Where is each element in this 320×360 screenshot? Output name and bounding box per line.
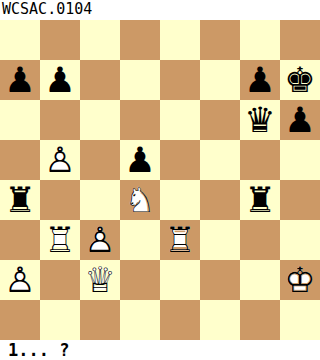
square-b1[interactable] (40, 300, 80, 340)
square-g2[interactable] (240, 260, 280, 300)
square-c4[interactable] (80, 180, 120, 220)
piece-white-queen: ♕ (80, 260, 120, 300)
piece-black-king: ♚ (280, 60, 320, 100)
piece-white-pawn: ♙ (80, 220, 120, 260)
piece-white-king: ♔ (280, 260, 320, 300)
piece-black-rook: ♜ (240, 180, 280, 220)
square-g7[interactable]: ♟ (240, 60, 280, 100)
square-a4[interactable]: ♜ (0, 180, 40, 220)
square-g4[interactable]: ♜ (240, 180, 280, 220)
square-b4[interactable] (40, 180, 80, 220)
square-a5[interactable] (0, 140, 40, 180)
square-d5[interactable]: ♟ (120, 140, 160, 180)
piece-white-pawn: ♙ (0, 260, 40, 300)
square-a8[interactable] (0, 20, 40, 60)
piece-black-pawn: ♟ (40, 60, 80, 100)
square-d8[interactable] (120, 20, 160, 60)
piece-black-rook: ♜ (0, 180, 40, 220)
square-f4[interactable] (200, 180, 240, 220)
square-b5[interactable]: ♟♙ (40, 140, 80, 180)
move-prompt: 1... ? (0, 340, 320, 360)
square-h1[interactable] (280, 300, 320, 340)
piece-black-pawn: ♟ (240, 60, 280, 100)
square-d3[interactable] (120, 220, 160, 260)
piece-black-pawn: ♟ (120, 140, 160, 180)
square-a6[interactable] (0, 100, 40, 140)
square-e2[interactable] (160, 260, 200, 300)
piece-black-pawn: ♟ (280, 100, 320, 140)
square-e6[interactable] (160, 100, 200, 140)
square-f7[interactable] (200, 60, 240, 100)
square-d2[interactable] (120, 260, 160, 300)
square-f1[interactable] (200, 300, 240, 340)
piece-white-rook: ♖ (40, 220, 80, 260)
square-a1[interactable] (0, 300, 40, 340)
square-g8[interactable] (240, 20, 280, 60)
square-d6[interactable] (120, 100, 160, 140)
square-h5[interactable] (280, 140, 320, 180)
diagram-title: WCSAC.0104 (0, 0, 320, 20)
square-f8[interactable] (200, 20, 240, 60)
square-e7[interactable] (160, 60, 200, 100)
square-c3[interactable]: ♟♙ (80, 220, 120, 260)
square-d1[interactable] (120, 300, 160, 340)
square-c2[interactable]: ♛♕ (80, 260, 120, 300)
square-f5[interactable] (200, 140, 240, 180)
square-a2[interactable]: ♟♙ (0, 260, 40, 300)
square-g6[interactable]: ♛ (240, 100, 280, 140)
square-c8[interactable] (80, 20, 120, 60)
piece-white-knight: ♘ (120, 180, 160, 220)
square-h2[interactable]: ♚♔ (280, 260, 320, 300)
square-b2[interactable] (40, 260, 80, 300)
square-e3[interactable]: ♜♖ (160, 220, 200, 260)
square-g1[interactable] (240, 300, 280, 340)
square-b3[interactable]: ♜♖ (40, 220, 80, 260)
square-a3[interactable] (0, 220, 40, 260)
square-d7[interactable] (120, 60, 160, 100)
square-b6[interactable] (40, 100, 80, 140)
square-c6[interactable] (80, 100, 120, 140)
square-h3[interactable] (280, 220, 320, 260)
square-g5[interactable] (240, 140, 280, 180)
square-e1[interactable] (160, 300, 200, 340)
square-g3[interactable] (240, 220, 280, 260)
square-d4[interactable]: ♞♘ (120, 180, 160, 220)
square-e8[interactable] (160, 20, 200, 60)
square-h6[interactable]: ♟ (280, 100, 320, 140)
square-h4[interactable] (280, 180, 320, 220)
chess-board: ♟♟♟♚♛♟♟♙♟♜♞♘♜♜♖♟♙♜♖♟♙♛♕♚♔ (0, 20, 320, 340)
square-e4[interactable] (160, 180, 200, 220)
piece-black-queen: ♛ (240, 100, 280, 140)
square-e5[interactable] (160, 140, 200, 180)
square-b7[interactable]: ♟ (40, 60, 80, 100)
square-c1[interactable] (80, 300, 120, 340)
square-c5[interactable] (80, 140, 120, 180)
square-f3[interactable] (200, 220, 240, 260)
piece-white-rook: ♖ (160, 220, 200, 260)
square-f6[interactable] (200, 100, 240, 140)
square-h8[interactable] (280, 20, 320, 60)
square-c7[interactable] (80, 60, 120, 100)
piece-white-pawn: ♙ (40, 140, 80, 180)
square-h7[interactable]: ♚ (280, 60, 320, 100)
square-f2[interactable] (200, 260, 240, 300)
piece-black-pawn: ♟ (0, 60, 40, 100)
square-a7[interactable]: ♟ (0, 60, 40, 100)
square-b8[interactable] (40, 20, 80, 60)
